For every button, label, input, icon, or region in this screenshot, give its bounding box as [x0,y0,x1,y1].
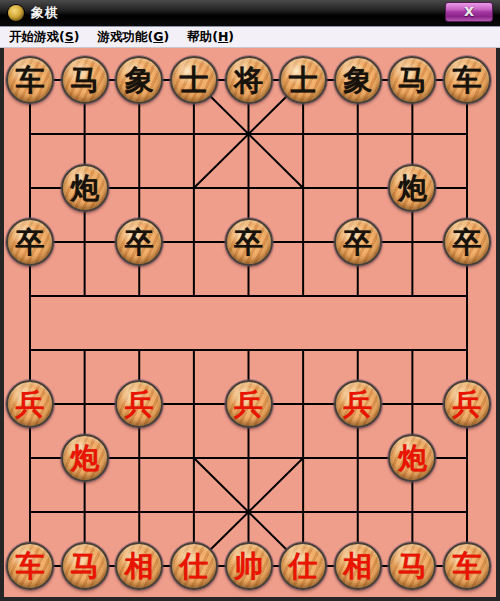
menu-item-label: 游戏功能 [97,29,147,44]
piece-black-象[interactable]: 象 [115,56,163,104]
menu-item-mnemonic: H [218,29,228,44]
piece-red-帅[interactable]: 帅 [225,542,273,590]
window-title: 象棋 [31,4,59,22]
menu-item-mnemonic: S [65,29,74,44]
piece-black-卒[interactable]: 卒 [225,218,273,266]
piece-black-卒[interactable]: 卒 [334,218,382,266]
piece-black-士[interactable]: 士 [279,56,327,104]
piece-black-士[interactable]: 士 [170,56,218,104]
title-bar[interactable]: 象棋 X [0,0,500,27]
piece-black-炮[interactable]: 炮 [61,164,109,212]
piece-red-相[interactable]: 相 [334,542,382,590]
menu-item-label: 帮助 [187,29,212,44]
menu-item-game-functions[interactable]: 游戏功能(G) [88,27,178,47]
close-icon: X [464,4,474,19]
piece-red-车[interactable]: 车 [443,542,491,590]
piece-black-将[interactable]: 将 [225,56,273,104]
piece-red-马[interactable]: 马 [61,542,109,590]
board-grid [4,48,496,597]
piece-red-兵[interactable]: 兵 [225,380,273,428]
menu-item-label: 开始游戏 [9,29,59,44]
piece-black-马[interactable]: 马 [61,56,109,104]
piece-red-兵[interactable]: 兵 [6,380,54,428]
menu-item-start-game[interactable]: 开始游戏(S) [0,27,88,47]
menu-item-mnemonic: G [153,29,163,44]
app-icon [8,5,24,21]
piece-red-仕[interactable]: 仕 [170,542,218,590]
piece-red-车[interactable]: 车 [6,542,54,590]
piece-red-兵[interactable]: 兵 [443,380,491,428]
piece-red-炮[interactable]: 炮 [61,434,109,482]
menu-item-help[interactable]: 帮助(H) [178,27,243,47]
piece-red-兵[interactable]: 兵 [115,380,163,428]
piece-black-卒[interactable]: 卒 [115,218,163,266]
piece-red-仕[interactable]: 仕 [279,542,327,590]
piece-black-车[interactable]: 车 [6,56,54,104]
menu-bar: 开始游戏(S)游戏功能(G)帮助(H) [0,27,500,48]
piece-black-车[interactable]: 车 [443,56,491,104]
close-button[interactable]: X [445,2,493,22]
xiangqi-window: 象棋 X 开始游戏(S)游戏功能(G)帮助(H) 车马象士将士象马车炮炮卒卒卒卒… [0,0,500,601]
piece-black-卒[interactable]: 卒 [6,218,54,266]
piece-red-兵[interactable]: 兵 [334,380,382,428]
piece-black-象[interactable]: 象 [334,56,382,104]
piece-black-卒[interactable]: 卒 [443,218,491,266]
piece-red-相[interactable]: 相 [115,542,163,590]
xiangqi-board[interactable]: 车马象士将士象马车炮炮卒卒卒卒卒兵兵兵兵兵炮炮车马相仕帅仕相马车 [4,48,496,597]
